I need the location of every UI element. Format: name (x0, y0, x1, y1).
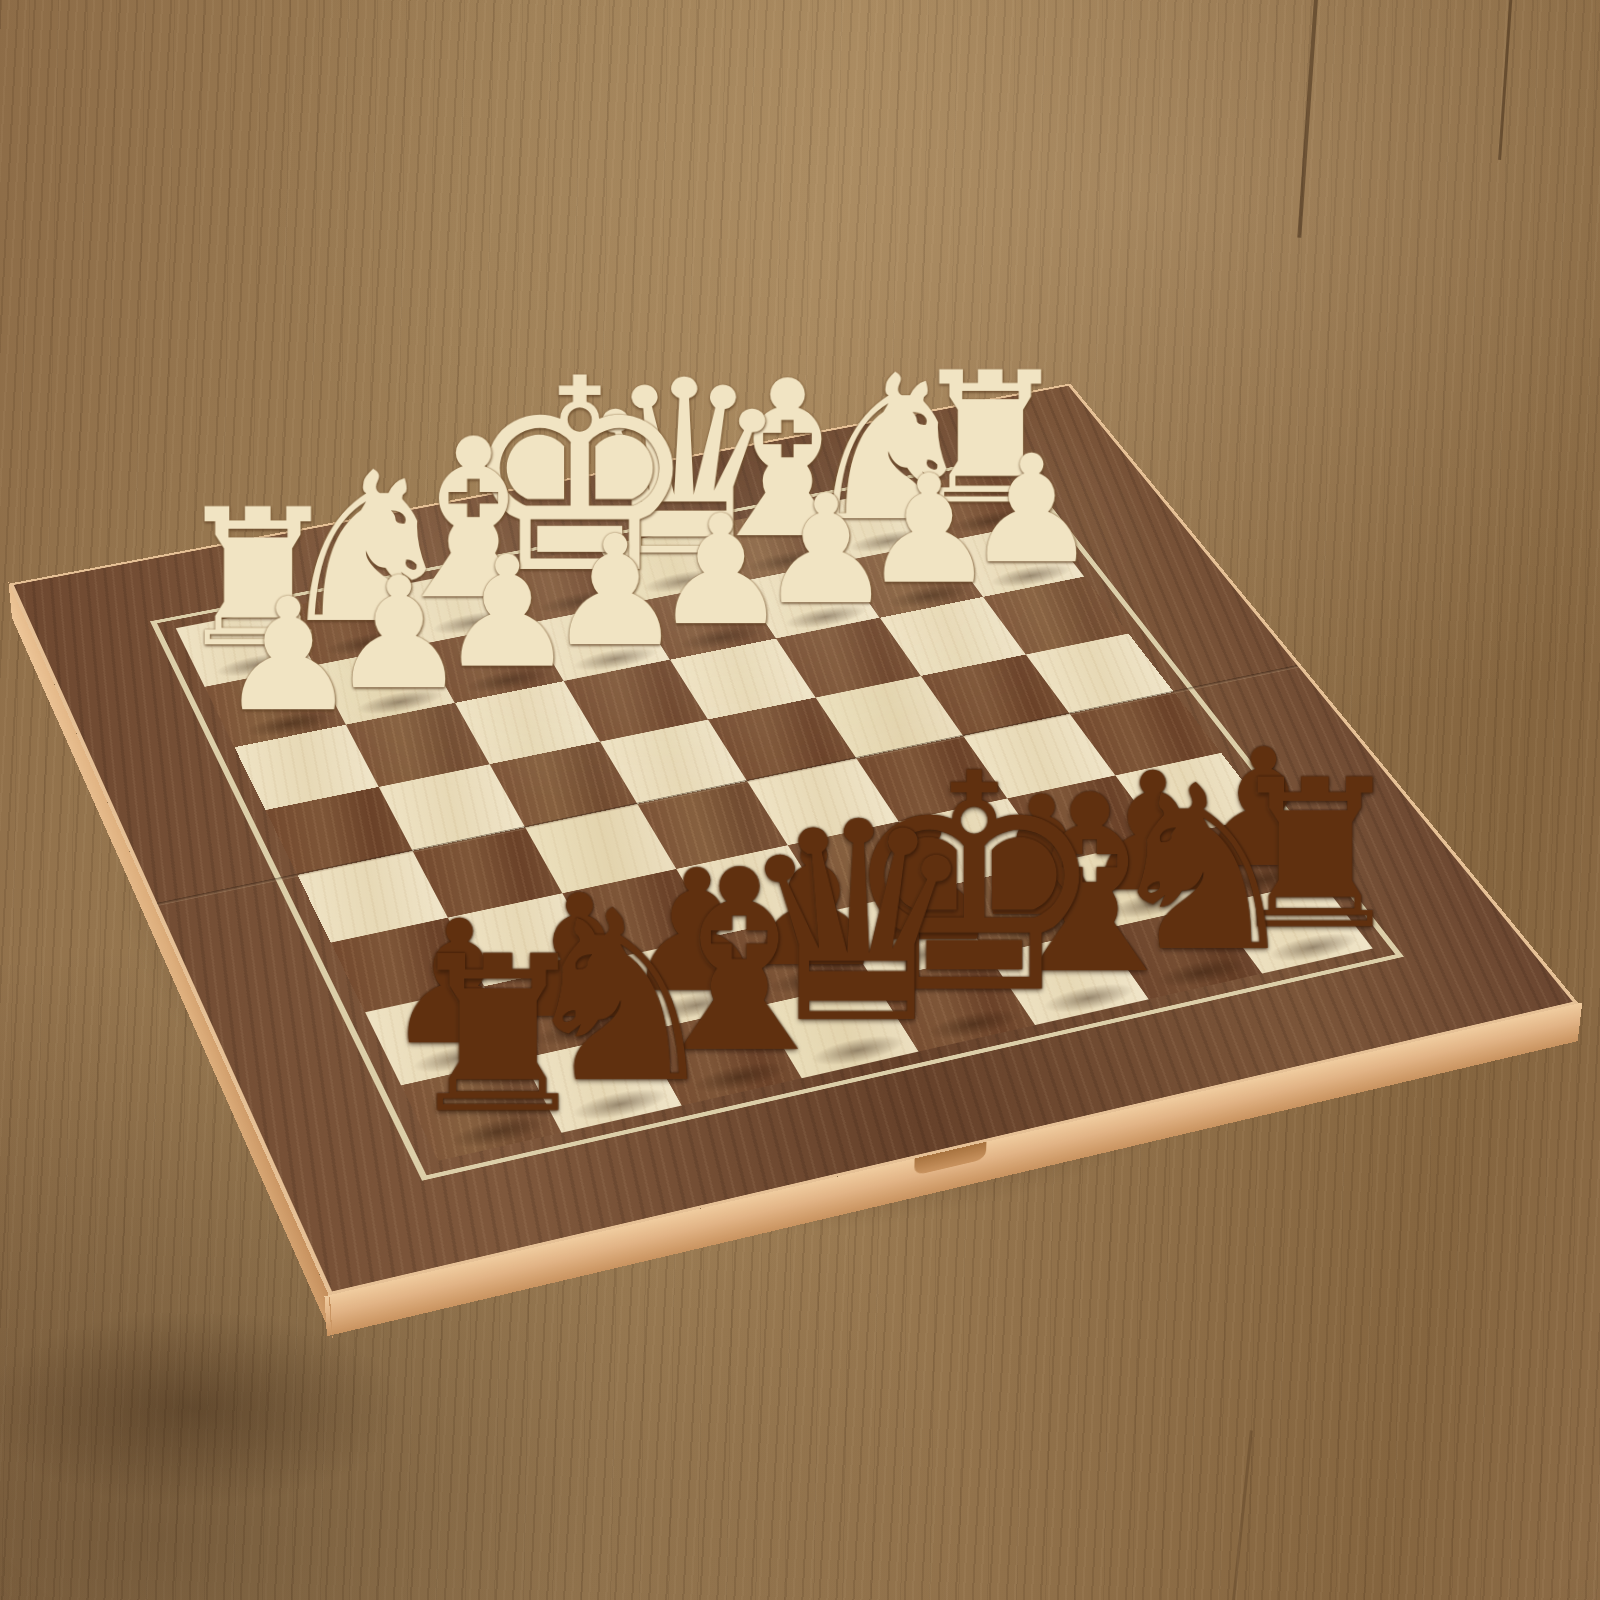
square-h2[interactable]: ♟ (205, 665, 346, 747)
board-grid: ♜♞♝♚♛♝♞♜♟♟♟♟♟♟♟♟♟♟♟♟♟♟♟♟♜♞♝♛♚♝♞♜ (176, 469, 1373, 1161)
square-e4[interactable] (599, 719, 747, 804)
black-rook[interactable]: ♜ (401, 928, 594, 1143)
scene: ♜♞♝♚♛♝♞♜♟♟♟♟♟♟♟♟♟♟♟♟♟♟♟♟♜♞♝♛♚♝♞♜ (0, 0, 1600, 1600)
square-h4[interactable] (265, 787, 412, 875)
chessboard: ♜♞♝♚♛♝♞♜♟♟♟♟♟♟♟♟♟♟♟♟♟♟♟♟♜♞♝♛♚♝♞♜ (9, 383, 1578, 1295)
white-pawn[interactable]: ♟ (219, 577, 359, 733)
square-h8[interactable]: ♜ (401, 1058, 561, 1160)
